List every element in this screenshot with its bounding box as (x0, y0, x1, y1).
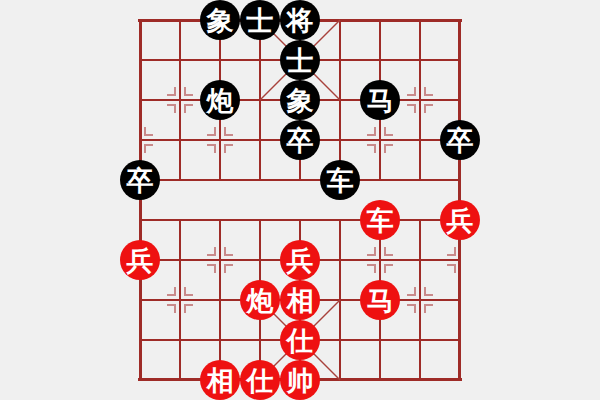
piece-black-advisor[interactable]: 士 (280, 40, 320, 80)
piece-red-elephant[interactable]: 相 (200, 360, 240, 400)
point-marker (407, 87, 416, 96)
point-marker (184, 104, 193, 113)
point-marker (184, 87, 193, 96)
point-marker (224, 144, 233, 153)
point-marker (424, 87, 433, 96)
grid-line (339, 20, 341, 181)
point-marker (367, 247, 376, 256)
piece-red-soldier[interactable]: 兵 (120, 240, 160, 280)
point-marker (384, 264, 393, 273)
point-marker (384, 127, 393, 136)
point-marker (367, 127, 376, 136)
piece-black-soldier[interactable]: 卒 (120, 160, 160, 200)
point-marker (384, 247, 393, 256)
grid-line (179, 219, 181, 380)
point-marker (167, 287, 176, 296)
grid-line (179, 20, 181, 181)
point-marker (167, 104, 176, 113)
grid-line (339, 219, 341, 380)
piece-red-soldier[interactable]: 兵 (280, 240, 320, 280)
piece-black-chariot[interactable]: 车 (320, 160, 360, 200)
point-marker (424, 287, 433, 296)
point-marker (447, 247, 456, 256)
grid-line (419, 20, 421, 181)
piece-black-advisor[interactable]: 士 (240, 0, 280, 40)
piece-red-soldier[interactable]: 兵 (440, 200, 480, 240)
point-marker (207, 264, 216, 273)
point-marker (407, 287, 416, 296)
piece-red-advisor[interactable]: 仕 (280, 320, 320, 360)
point-marker (224, 264, 233, 273)
point-marker (144, 144, 153, 153)
point-marker (424, 304, 433, 313)
piece-black-general[interactable]: 将 (280, 0, 320, 40)
piece-red-general[interactable]: 帅 (280, 360, 320, 400)
piece-black-elephant[interactable]: 象 (200, 0, 240, 40)
grid-line (219, 219, 221, 380)
board-border-left (139, 19, 142, 381)
piece-red-chariot[interactable]: 车 (360, 200, 400, 240)
piece-black-cannon[interactable]: 炮 (200, 80, 240, 120)
xiangqi-board[interactable]: 象士将士炮象马卒卒卒车车兵兵兵炮相马仕相仕帅 (0, 0, 600, 400)
piece-red-advisor[interactable]: 仕 (240, 360, 280, 400)
point-marker (144, 127, 153, 136)
grid-line (259, 20, 261, 181)
point-marker (207, 127, 216, 136)
point-marker (367, 264, 376, 273)
piece-red-cannon[interactable]: 炮 (240, 280, 280, 320)
point-marker (184, 304, 193, 313)
point-marker (407, 104, 416, 113)
grid-line (419, 219, 421, 380)
piece-red-elephant[interactable]: 相 (280, 280, 320, 320)
point-marker (224, 127, 233, 136)
point-marker (447, 264, 456, 273)
point-marker (207, 144, 216, 153)
point-marker (207, 247, 216, 256)
piece-red-horse[interactable]: 马 (360, 280, 400, 320)
point-marker (407, 304, 416, 313)
point-marker (224, 247, 233, 256)
piece-black-soldier[interactable]: 卒 (440, 120, 480, 160)
piece-black-horse[interactable]: 马 (360, 80, 400, 120)
piece-black-elephant[interactable]: 象 (280, 80, 320, 120)
point-marker (184, 287, 193, 296)
point-marker (384, 144, 393, 153)
point-marker (367, 144, 376, 153)
point-marker (167, 87, 176, 96)
point-marker (424, 104, 433, 113)
point-marker (167, 304, 176, 313)
piece-black-soldier[interactable]: 卒 (280, 120, 320, 160)
